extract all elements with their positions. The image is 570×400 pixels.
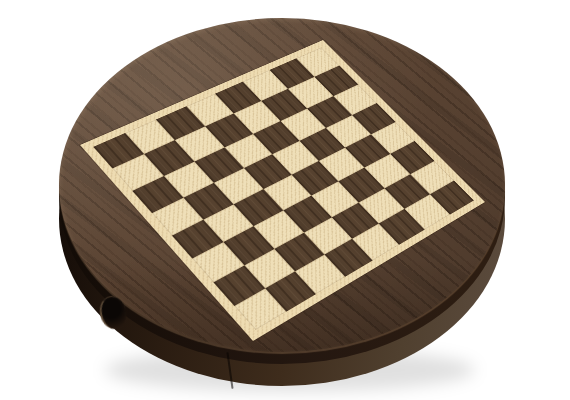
product-photo-scene (0, 0, 570, 400)
